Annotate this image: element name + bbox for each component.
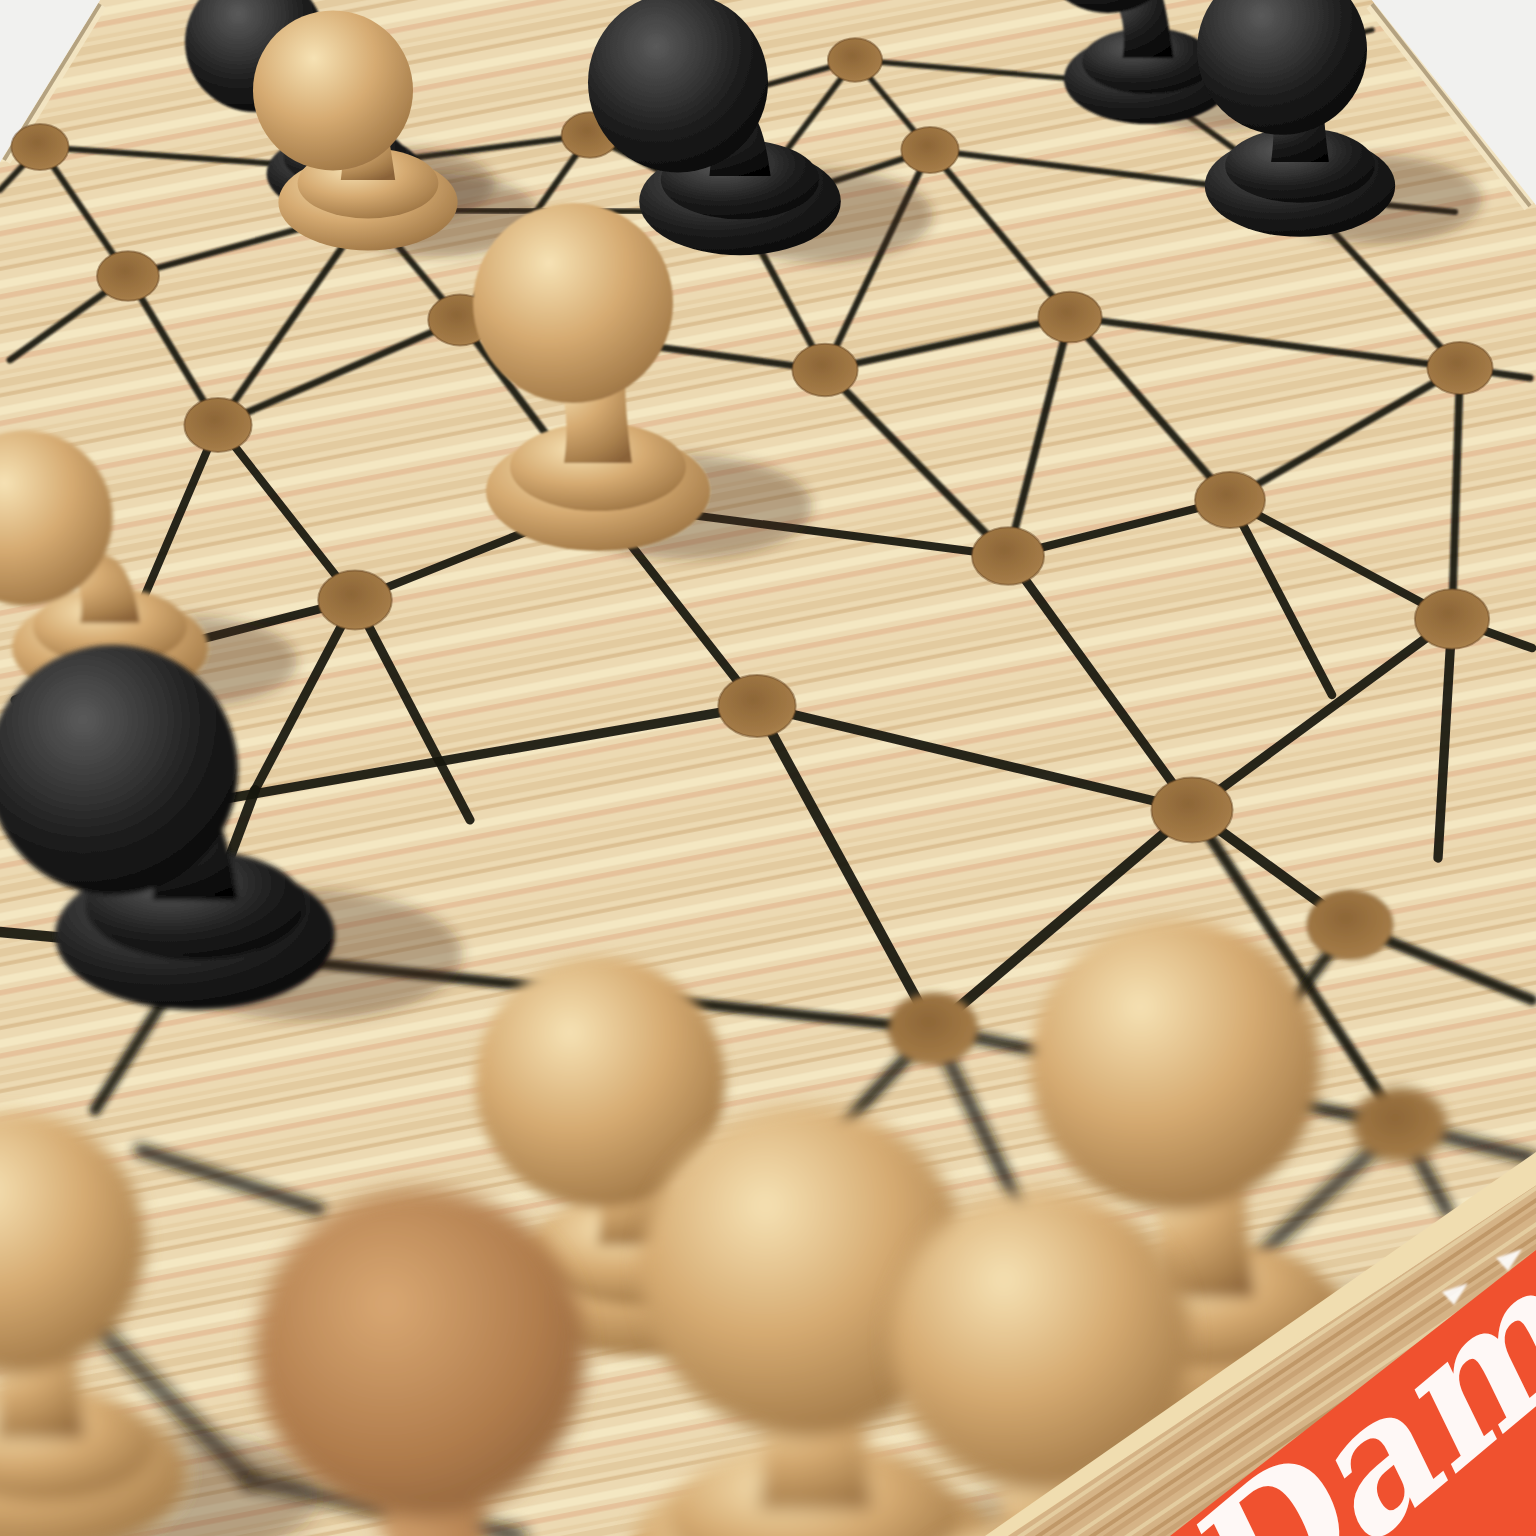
peg-hole[interactable] — [828, 38, 882, 81]
photo-of-peg-board-game: Dam — [0, 0, 1536, 1536]
peg-hole[interactable] — [901, 127, 958, 173]
peg-hole[interactable] — [972, 527, 1044, 585]
peg-hole[interactable] — [1195, 472, 1265, 528]
peg-hole[interactable] — [318, 571, 392, 630]
peg-hole[interactable] — [184, 398, 251, 452]
peg-hole[interactable] — [792, 344, 857, 396]
peg-hole[interactable] — [97, 251, 159, 301]
peg-hole[interactable] — [1038, 292, 1101, 343]
peg-hole[interactable] — [1415, 589, 1489, 648]
peg-hole[interactable] — [1307, 891, 1392, 959]
peg-hole[interactable] — [1151, 778, 1232, 843]
peg-hole[interactable] — [718, 675, 795, 737]
peg-hole[interactable] — [888, 993, 977, 1064]
peg-hole[interactable] — [1427, 342, 1492, 394]
peg-hole[interactable] — [11, 124, 68, 170]
peg-hole[interactable] — [1354, 1088, 1447, 1162]
board-photo: Dam — [0, 0, 1536, 1536]
